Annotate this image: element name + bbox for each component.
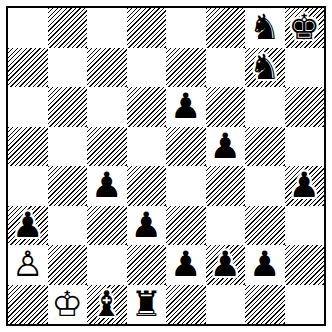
black-rook-piece[interactable]: ♜: [131, 285, 162, 324]
black-pawn-piece[interactable]: ♟: [249, 245, 280, 284]
square-f1[interactable]: [206, 285, 246, 325]
square-c3[interactable]: [87, 206, 127, 246]
square-h2[interactable]: [285, 245, 325, 285]
square-e1[interactable]: [166, 285, 206, 325]
square-d1[interactable]: ♜: [127, 285, 167, 325]
square-c4[interactable]: ♟: [87, 166, 127, 206]
square-b8[interactable]: [48, 8, 88, 48]
square-a4[interactable]: [8, 166, 48, 206]
black-pawn-piece[interactable]: ♟: [12, 206, 43, 245]
square-h7[interactable]: [285, 48, 325, 88]
square-e2[interactable]: ♟: [166, 245, 206, 285]
black-bishop-piece[interactable]: ♝: [91, 285, 122, 324]
square-b3[interactable]: [48, 206, 88, 246]
chess-diagram-page: ♞♚♞♟♟♟♟♟♟♙♟♟♟♔♝♜: [0, 0, 332, 332]
white-pawn-piece[interactable]: ♙: [12, 245, 43, 284]
square-a7[interactable]: [8, 48, 48, 88]
square-b2[interactable]: [48, 245, 88, 285]
square-d7[interactable]: [127, 48, 167, 88]
black-pawn-piece[interactable]: ♟: [210, 245, 241, 284]
square-c1[interactable]: ♝: [87, 285, 127, 325]
black-pawn-piece[interactable]: ♟: [91, 166, 122, 205]
square-c5[interactable]: [87, 127, 127, 167]
square-d2[interactable]: [127, 245, 167, 285]
square-g6[interactable]: [245, 87, 285, 127]
square-b5[interactable]: [48, 127, 88, 167]
square-e5[interactable]: [166, 127, 206, 167]
square-g2[interactable]: ♟: [245, 245, 285, 285]
black-king-piece[interactable]: ♚: [289, 8, 320, 47]
chess-board: ♞♚♞♟♟♟♟♟♟♙♟♟♟♔♝♜: [6, 6, 326, 326]
square-a3[interactable]: ♟: [8, 206, 48, 246]
square-g5[interactable]: [245, 127, 285, 167]
black-pawn-piece[interactable]: ♟: [170, 87, 201, 126]
square-f5[interactable]: ♟: [206, 127, 246, 167]
square-d3[interactable]: ♟: [127, 206, 167, 246]
square-h4[interactable]: ♟: [285, 166, 325, 206]
square-g3[interactable]: [245, 206, 285, 246]
square-g8[interactable]: ♞: [245, 8, 285, 48]
square-h3[interactable]: [285, 206, 325, 246]
square-g4[interactable]: [245, 166, 285, 206]
square-d6[interactable]: [127, 87, 167, 127]
square-a8[interactable]: [8, 8, 48, 48]
square-f3[interactable]: [206, 206, 246, 246]
square-e8[interactable]: [166, 8, 206, 48]
square-g7[interactable]: ♞: [245, 48, 285, 88]
black-pawn-piece[interactable]: ♟: [210, 127, 241, 166]
square-b6[interactable]: [48, 87, 88, 127]
square-a5[interactable]: [8, 127, 48, 167]
square-h1[interactable]: [285, 285, 325, 325]
white-king-piece[interactable]: ♔: [52, 285, 83, 324]
square-b1[interactable]: ♔: [48, 285, 88, 325]
square-b4[interactable]: [48, 166, 88, 206]
square-g1[interactable]: [245, 285, 285, 325]
square-a1[interactable]: [8, 285, 48, 325]
square-c6[interactable]: [87, 87, 127, 127]
square-h5[interactable]: [285, 127, 325, 167]
square-a6[interactable]: [8, 87, 48, 127]
square-c7[interactable]: [87, 48, 127, 88]
square-c2[interactable]: [87, 245, 127, 285]
square-e7[interactable]: [166, 48, 206, 88]
square-f2[interactable]: ♟: [206, 245, 246, 285]
square-e6[interactable]: ♟: [166, 87, 206, 127]
square-f4[interactable]: [206, 166, 246, 206]
black-pawn-piece[interactable]: ♟: [289, 166, 320, 205]
black-pawn-piece[interactable]: ♟: [131, 206, 162, 245]
square-c8[interactable]: [87, 8, 127, 48]
black-knight-piece[interactable]: ♞: [249, 48, 280, 87]
square-d8[interactable]: [127, 8, 167, 48]
square-d5[interactable]: [127, 127, 167, 167]
square-e4[interactable]: [166, 166, 206, 206]
square-f6[interactable]: [206, 87, 246, 127]
square-d4[interactable]: [127, 166, 167, 206]
black-knight-piece[interactable]: ♞: [249, 8, 280, 47]
square-h6[interactable]: [285, 87, 325, 127]
square-b7[interactable]: [48, 48, 88, 88]
square-a2[interactable]: ♙: [8, 245, 48, 285]
square-f7[interactable]: [206, 48, 246, 88]
square-h8[interactable]: ♚: [285, 8, 325, 48]
black-pawn-piece[interactable]: ♟: [170, 245, 201, 284]
square-f8[interactable]: [206, 8, 246, 48]
square-e3[interactable]: [166, 206, 206, 246]
